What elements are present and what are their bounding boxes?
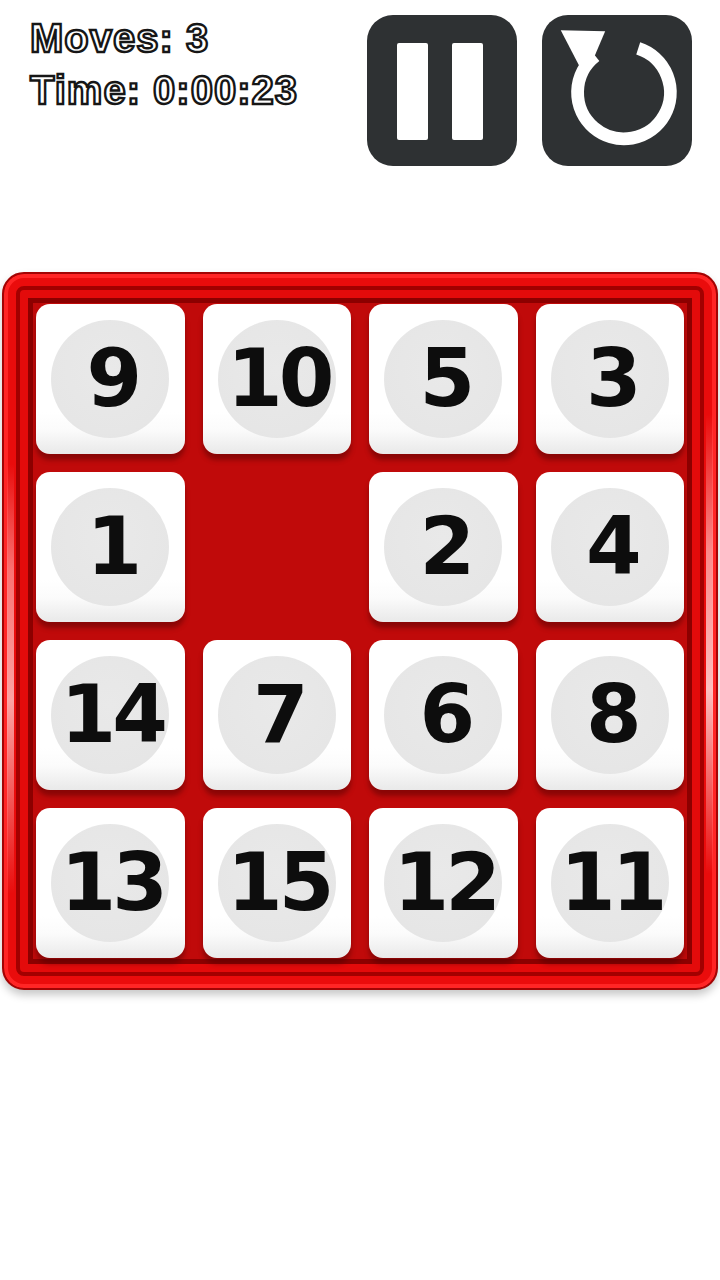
pause-bar-right: [452, 43, 483, 140]
tile-7[interactable]: 7: [203, 640, 352, 790]
tile-6[interactable]: 6: [369, 640, 518, 790]
tile-12[interactable]: 12: [369, 808, 518, 958]
tile-number: 15: [227, 843, 330, 923]
tile-number: 4: [586, 507, 638, 587]
tile-circle: 2: [384, 488, 502, 606]
tile-number: 10: [227, 339, 330, 419]
pause-bar-left: [397, 43, 428, 140]
tile-number: 6: [419, 675, 471, 755]
empty-cell: [203, 472, 352, 622]
tile-13[interactable]: 13: [36, 808, 185, 958]
hud: Moves: 3 Time: 0:00:23: [30, 12, 298, 116]
tile-circle: 4: [551, 488, 669, 606]
tile-circle: 8: [551, 656, 669, 774]
tile-circle: 1: [51, 488, 169, 606]
tile-2[interactable]: 2: [369, 472, 518, 622]
pause-button[interactable]: [367, 15, 517, 166]
tile-circle: 13: [51, 824, 169, 942]
tile-5[interactable]: 5: [369, 304, 518, 454]
tile-3[interactable]: 3: [536, 304, 685, 454]
tile-number: 3: [586, 339, 638, 419]
tile-15[interactable]: 15: [203, 808, 352, 958]
tile-number: 13: [61, 843, 164, 923]
tile-4[interactable]: 4: [536, 472, 685, 622]
tile-grid: 9 10 5 3 1 2 4 14 7 6 8 13 15 12 11: [36, 304, 684, 958]
tile-9[interactable]: 9: [36, 304, 185, 454]
tile-number: 12: [394, 843, 497, 923]
tile-number: 7: [253, 675, 305, 755]
tile-circle: 10: [218, 320, 336, 438]
restart-icon: [542, 15, 692, 166]
tile-number: 14: [61, 675, 164, 755]
tile-circle: 14: [51, 656, 169, 774]
puzzle-board: 9 10 5 3 1 2 4 14 7 6 8 13 15 12 11: [2, 272, 718, 990]
time-counter: Time: 0:00:23: [30, 64, 298, 116]
tile-number: 8: [586, 675, 638, 755]
tile-circle: 7: [218, 656, 336, 774]
tile-circle: 15: [218, 824, 336, 942]
tile-number: 11: [560, 843, 663, 923]
tile-10[interactable]: 10: [203, 304, 352, 454]
tile-number: 5: [419, 339, 471, 419]
tile-1[interactable]: 1: [36, 472, 185, 622]
tile-circle: 9: [51, 320, 169, 438]
tile-circle: 12: [384, 824, 502, 942]
tile-14[interactable]: 14: [36, 640, 185, 790]
tile-number: 1: [86, 507, 138, 587]
tile-number: 2: [419, 507, 471, 587]
tile-circle: 11: [551, 824, 669, 942]
tile-11[interactable]: 11: [536, 808, 685, 958]
tile-number: 9: [86, 339, 138, 419]
moves-counter: Moves: 3: [30, 12, 298, 64]
tile-circle: 5: [384, 320, 502, 438]
tile-8[interactable]: 8: [536, 640, 685, 790]
restart-button[interactable]: [542, 15, 692, 166]
tile-circle: 6: [384, 656, 502, 774]
tile-circle: 3: [551, 320, 669, 438]
